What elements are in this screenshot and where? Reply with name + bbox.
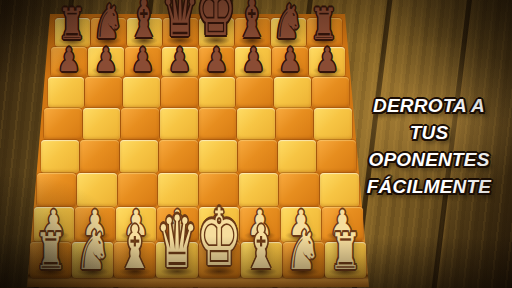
square-f6[interactable] [236,77,273,108]
tagline-line-1: DERROTA A TUS [352,92,506,146]
tagline-line-3: FÁCILMENTE [352,173,506,200]
rank-5 [44,108,352,140]
square-h4[interactable] [317,140,356,173]
square-c6[interactable] [123,77,160,108]
square-a7[interactable]: ♟ [51,47,87,77]
screenshot: ♜♞♝♛♚♝♞♜♟♟♟♟♟♟♟♟♟♟♟♟♟♟♟♟♜♞♝♛♚♝♞♜ DERROTA… [0,0,512,288]
piece-white-bishop[interactable]: ♝ [117,217,153,277]
square-h5[interactable] [314,108,352,140]
piece-white-bishop[interactable]: ♝ [243,217,279,277]
piece-black-pawn[interactable]: ♟ [205,44,228,77]
square-c1[interactable]: ♝ [114,242,155,278]
square-a4[interactable] [41,140,80,173]
square-g5[interactable] [276,108,314,140]
piece-white-knight[interactable]: ♞ [285,223,321,277]
square-a1[interactable]: ♜ [30,242,71,278]
square-e6[interactable] [199,77,236,108]
square-b5[interactable] [83,108,121,140]
square-d6[interactable] [161,77,198,108]
piece-white-knight[interactable]: ♞ [75,223,111,277]
square-f1[interactable]: ♝ [241,242,282,278]
square-a6[interactable] [48,77,85,108]
chess-board: ♜♞♝♛♚♝♞♜♟♟♟♟♟♟♟♟♟♟♟♟♟♟♟♟♜♞♝♛♚♝♞♜ [26,14,370,288]
square-c7[interactable]: ♟ [125,47,161,77]
square-f5[interactable] [237,108,275,140]
square-b4[interactable] [80,140,119,173]
piece-white-king[interactable]: ♚ [196,198,242,277]
board-squares: ♜♞♝♛♚♝♞♜♟♟♟♟♟♟♟♟♟♟♟♟♟♟♟♟♜♞♝♛♚♝♞♜ [26,18,370,278]
piece-black-pawn[interactable]: ♟ [279,44,302,77]
square-b6[interactable] [85,77,122,108]
square-d4[interactable] [159,140,198,173]
piece-black-bishop[interactable]: ♝ [236,0,267,46]
piece-black-king[interactable]: ♚ [196,0,236,46]
square-e7[interactable]: ♟ [199,47,235,77]
square-e5[interactable] [199,108,237,140]
rank-6 [48,77,349,108]
square-d7[interactable]: ♟ [162,47,198,77]
piece-black-pawn[interactable]: ♟ [168,44,191,77]
square-f7[interactable]: ♟ [235,47,271,77]
piece-black-rook[interactable]: ♜ [310,3,338,46]
piece-black-pawn[interactable]: ♟ [57,44,80,77]
piece-black-queen[interactable]: ♛ [161,0,199,46]
square-a5[interactable] [44,108,82,140]
piece-white-rook[interactable]: ♜ [34,227,66,277]
square-d5[interactable] [160,108,198,140]
rank-4 [41,140,356,173]
square-h6[interactable] [312,77,349,108]
piece-white-queen[interactable]: ♛ [155,205,198,277]
square-h1[interactable]: ♜ [325,242,366,278]
square-g6[interactable] [274,77,311,108]
square-g1[interactable]: ♞ [283,242,324,278]
square-g7[interactable]: ♟ [272,47,308,77]
square-c4[interactable] [120,140,159,173]
rank-7: ♟♟♟♟♟♟♟♟ [51,47,345,77]
piece-black-bishop[interactable]: ♝ [128,0,159,46]
promo-tagline: DERROTA A TUS OPONENTES FÁCILMENTE [352,92,506,200]
piece-black-pawn[interactable]: ♟ [94,44,117,77]
square-c5[interactable] [121,108,159,140]
square-g4[interactable] [278,140,317,173]
tagline-line-2: OPONENTES [352,146,506,173]
piece-black-rook[interactable]: ♜ [58,3,86,46]
square-f4[interactable] [238,140,277,173]
square-e1[interactable]: ♚ [199,242,240,278]
square-e4[interactable] [199,140,238,173]
piece-black-pawn[interactable]: ♟ [242,44,265,77]
piece-black-knight[interactable]: ♞ [272,0,303,46]
piece-white-rook[interactable]: ♜ [329,227,361,277]
rank-1: ♜♞♝♛♚♝♞♜ [30,242,366,278]
square-h7[interactable]: ♟ [309,47,345,77]
piece-black-pawn[interactable]: ♟ [315,44,338,77]
square-b7[interactable]: ♟ [88,47,124,77]
square-d1[interactable]: ♛ [156,242,197,278]
piece-black-pawn[interactable]: ♟ [131,44,154,77]
piece-black-knight[interactable]: ♞ [92,0,123,46]
square-b1[interactable]: ♞ [72,242,113,278]
